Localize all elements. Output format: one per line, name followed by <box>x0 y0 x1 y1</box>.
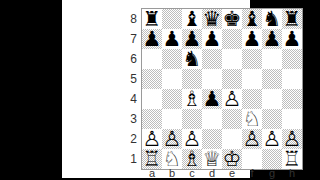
square-d3[interactable] <box>202 109 222 129</box>
square-c1[interactable]: ♗ <box>182 149 202 169</box>
black-pawn-icon: ♟ <box>283 29 302 49</box>
black-pawn-icon: ♟ <box>203 89 222 109</box>
square-e6[interactable] <box>222 49 242 69</box>
square-f6[interactable] <box>242 49 262 69</box>
black-bishop-icon: ♝ <box>243 9 262 29</box>
chess-diagram-panel: 87654321 ♜♝♛♚♝♞♜♟♟♟♟♟♟♟♞♗♟♙♘♙♙♙♙♙♙♖♘♗♕♔♖… <box>62 0 250 178</box>
black-rook-icon: ♜ <box>283 9 302 29</box>
file-label-e: e <box>222 168 242 178</box>
file-label-g: g <box>262 168 282 178</box>
black-pawn-icon: ♟ <box>143 29 162 49</box>
square-d7[interactable]: ♟ <box>202 29 222 49</box>
square-d6[interactable] <box>202 49 222 69</box>
black-pawn-icon: ♟ <box>203 29 222 49</box>
black-rook-icon: ♜ <box>143 9 162 29</box>
rank-label-7: 7 <box>124 29 140 49</box>
black-pawn-icon: ♟ <box>183 29 202 49</box>
rank-label-2: 2 <box>124 129 140 149</box>
rank-label-4: 4 <box>124 89 140 109</box>
black-knight-icon: ♞ <box>183 49 202 69</box>
rank-labels: 87654321 <box>124 9 140 169</box>
white-pawn-icon: ♙ <box>263 129 282 149</box>
square-f2[interactable]: ♙ <box>242 129 262 149</box>
square-b4[interactable] <box>162 89 182 109</box>
black-pawn-icon: ♟ <box>163 29 182 49</box>
square-g4[interactable] <box>262 89 282 109</box>
square-a6[interactable] <box>142 49 162 69</box>
rank-label-3: 3 <box>124 109 140 129</box>
square-e7[interactable] <box>222 29 242 49</box>
square-d1[interactable]: ♕ <box>202 149 222 169</box>
white-pawn-icon: ♙ <box>243 129 262 149</box>
file-label-b: b <box>162 168 182 178</box>
file-label-h: h <box>282 168 302 178</box>
white-pawn-icon: ♙ <box>183 129 202 149</box>
letterboxed-frame: 87654321 ♜♝♛♚♝♞♜♟♟♟♟♟♟♟♞♗♟♙♘♙♙♙♙♙♙♖♘♗♕♔♖… <box>0 0 320 180</box>
square-e3[interactable] <box>222 109 242 129</box>
square-b1[interactable]: ♘ <box>162 149 182 169</box>
square-h1[interactable]: ♖ <box>282 149 302 169</box>
black-queen-icon: ♛ <box>203 9 222 29</box>
square-g1[interactable] <box>262 149 282 169</box>
file-label-d: d <box>202 168 222 178</box>
square-e8[interactable]: ♚ <box>222 9 242 29</box>
square-g2[interactable]: ♙ <box>262 129 282 149</box>
white-bishop-icon: ♗ <box>183 149 202 169</box>
white-knight-icon: ♘ <box>243 109 262 129</box>
white-pawn-icon: ♙ <box>283 129 302 149</box>
rank-label-6: 6 <box>124 49 140 69</box>
white-rook-icon: ♖ <box>143 149 162 169</box>
square-b6[interactable] <box>162 49 182 69</box>
rank-label-5: 5 <box>124 69 140 89</box>
square-d4[interactable]: ♟ <box>202 89 222 109</box>
white-queen-icon: ♕ <box>203 149 222 169</box>
square-b7[interactable]: ♟ <box>162 29 182 49</box>
square-g7[interactable]: ♟ <box>262 29 282 49</box>
rank-label-1: 1 <box>124 149 140 169</box>
square-a5[interactable] <box>142 69 162 89</box>
white-knight-icon: ♘ <box>163 149 182 169</box>
white-rook-icon: ♖ <box>283 149 302 169</box>
file-label-a: a <box>142 168 162 178</box>
square-f5[interactable] <box>242 69 262 89</box>
white-king-icon: ♔ <box>223 149 242 169</box>
black-bishop-icon: ♝ <box>183 9 202 29</box>
file-labels: abcdefgh <box>142 168 302 178</box>
square-c4[interactable]: ♗ <box>182 89 202 109</box>
rank-label-8: 8 <box>124 9 140 29</box>
square-h7[interactable]: ♟ <box>282 29 302 49</box>
square-h6[interactable] <box>282 49 302 69</box>
white-pawn-icon: ♙ <box>163 129 182 149</box>
square-b5[interactable] <box>162 69 182 89</box>
square-f7[interactable]: ♟ <box>242 29 262 49</box>
black-king-icon: ♚ <box>223 9 242 29</box>
square-a1[interactable]: ♖ <box>142 149 162 169</box>
file-label-c: c <box>182 168 202 178</box>
square-g6[interactable] <box>262 49 282 69</box>
square-g5[interactable] <box>262 69 282 89</box>
square-h4[interactable] <box>282 89 302 109</box>
white-bishop-icon: ♗ <box>183 89 202 109</box>
black-knight-icon: ♞ <box>263 9 282 29</box>
black-pawn-icon: ♟ <box>263 29 282 49</box>
square-f1[interactable] <box>242 149 262 169</box>
square-a4[interactable] <box>142 89 162 109</box>
white-pawn-icon: ♙ <box>223 89 242 109</box>
square-a7[interactable]: ♟ <box>142 29 162 49</box>
square-c6[interactable]: ♞ <box>182 49 202 69</box>
square-e4[interactable]: ♙ <box>222 89 242 109</box>
black-pawn-icon: ♟ <box>243 29 262 49</box>
file-label-f: f <box>242 168 262 178</box>
chess-board[interactable]: ♜♝♛♚♝♞♜♟♟♟♟♟♟♟♞♗♟♙♘♙♙♙♙♙♙♖♘♗♕♔♖ <box>142 9 302 169</box>
white-pawn-icon: ♙ <box>143 129 162 149</box>
square-e1[interactable]: ♔ <box>222 149 242 169</box>
square-h5[interactable] <box>282 69 302 89</box>
